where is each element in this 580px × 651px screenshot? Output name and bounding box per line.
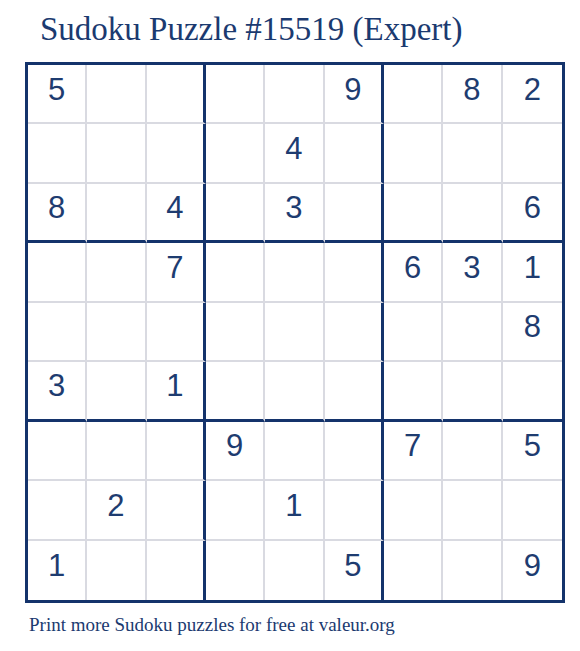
page-title: Sudoku Puzzle #15519 (Expert) <box>40 13 463 46</box>
cell-r2c8-empty <box>443 124 502 183</box>
cell-r1c6-given-9: 9 <box>325 65 384 124</box>
cell-r6c2-empty <box>87 362 146 421</box>
cell-r2c9-empty <box>503 124 562 183</box>
cell-r6c6-empty <box>325 362 384 421</box>
cell-r1c9-given-2: 2 <box>503 65 562 124</box>
cell-r7c7-given-7: 7 <box>384 422 443 481</box>
cell-r3c5-given-3: 3 <box>265 184 324 243</box>
cell-r8c7-empty <box>384 481 443 540</box>
cell-r6c1-given-3: 3 <box>28 362 87 421</box>
cell-r9c9-given-9: 9 <box>503 541 562 600</box>
cell-r1c3-empty <box>147 65 206 124</box>
cell-r3c7-empty <box>384 184 443 243</box>
cell-r4c2-empty <box>87 243 146 302</box>
sudoku-board: 598248436763183197521159 <box>25 62 565 603</box>
cell-r7c5-empty <box>265 422 324 481</box>
cell-r6c8-empty <box>443 362 502 421</box>
cell-r5c1-empty <box>28 303 87 362</box>
footer-text: Print more Sudoku puzzles for free at va… <box>29 615 395 636</box>
cell-r6c4-empty <box>206 362 265 421</box>
cell-r3c9-given-6: 6 <box>503 184 562 243</box>
cell-r2c3-empty <box>147 124 206 183</box>
cell-r7c2-empty <box>87 422 146 481</box>
cell-r6c3-given-1: 1 <box>147 362 206 421</box>
cell-r4c7-given-6: 6 <box>384 243 443 302</box>
cell-r9c5-empty <box>265 541 324 600</box>
cell-r7c8-empty <box>443 422 502 481</box>
cell-r5c8-empty <box>443 303 502 362</box>
cell-r1c1-given-5: 5 <box>28 65 87 124</box>
cell-r8c5-given-1: 1 <box>265 481 324 540</box>
cell-r8c9-empty <box>503 481 562 540</box>
cell-r8c2-given-2: 2 <box>87 481 146 540</box>
cell-r5c6-empty <box>325 303 384 362</box>
cell-r9c3-empty <box>147 541 206 600</box>
cell-r4c4-empty <box>206 243 265 302</box>
cell-r7c6-empty <box>325 422 384 481</box>
cell-r4c3-given-7: 7 <box>147 243 206 302</box>
cell-r7c9-given-5: 5 <box>503 422 562 481</box>
cell-r4c8-given-3: 3 <box>443 243 502 302</box>
cell-r1c8-given-8: 8 <box>443 65 502 124</box>
cell-r6c7-empty <box>384 362 443 421</box>
cell-r3c4-empty <box>206 184 265 243</box>
cell-r1c2-empty <box>87 65 146 124</box>
cell-r3c2-empty <box>87 184 146 243</box>
cell-r9c7-empty <box>384 541 443 600</box>
cell-r6c9-empty <box>503 362 562 421</box>
cell-r9c1-given-1: 1 <box>28 541 87 600</box>
sudoku-print-page: Sudoku Puzzle #15519 (Expert) 5982484367… <box>0 0 580 651</box>
cell-r5c9-given-8: 8 <box>503 303 562 362</box>
cell-r3c1-given-8: 8 <box>28 184 87 243</box>
cell-r3c8-empty <box>443 184 502 243</box>
cell-r2c5-given-4: 4 <box>265 124 324 183</box>
cell-r3c3-given-4: 4 <box>147 184 206 243</box>
cell-r8c6-empty <box>325 481 384 540</box>
cell-r4c9-given-1: 1 <box>503 243 562 302</box>
cell-r5c7-empty <box>384 303 443 362</box>
cell-r8c4-empty <box>206 481 265 540</box>
cell-r8c3-empty <box>147 481 206 540</box>
cell-r7c3-empty <box>147 422 206 481</box>
cell-r2c4-empty <box>206 124 265 183</box>
cell-r2c7-empty <box>384 124 443 183</box>
cell-r2c6-empty <box>325 124 384 183</box>
cell-r8c1-empty <box>28 481 87 540</box>
cell-r2c1-empty <box>28 124 87 183</box>
cell-r3c6-empty <box>325 184 384 243</box>
cell-r8c8-empty <box>443 481 502 540</box>
cell-r6c5-empty <box>265 362 324 421</box>
cell-r1c5-empty <box>265 65 324 124</box>
cell-r9c2-empty <box>87 541 146 600</box>
cell-r9c8-empty <box>443 541 502 600</box>
cell-r9c6-given-5: 5 <box>325 541 384 600</box>
cell-r9c4-empty <box>206 541 265 600</box>
cell-r5c4-empty <box>206 303 265 362</box>
cell-r5c3-empty <box>147 303 206 362</box>
cell-r4c6-empty <box>325 243 384 302</box>
cell-r7c1-empty <box>28 422 87 481</box>
cell-r2c2-empty <box>87 124 146 183</box>
cell-r7c4-given-9: 9 <box>206 422 265 481</box>
cell-r1c4-empty <box>206 65 265 124</box>
cell-r4c5-empty <box>265 243 324 302</box>
cell-r5c2-empty <box>87 303 146 362</box>
cell-r5c5-empty <box>265 303 324 362</box>
cell-r1c7-empty <box>384 65 443 124</box>
cell-r4c1-empty <box>28 243 87 302</box>
